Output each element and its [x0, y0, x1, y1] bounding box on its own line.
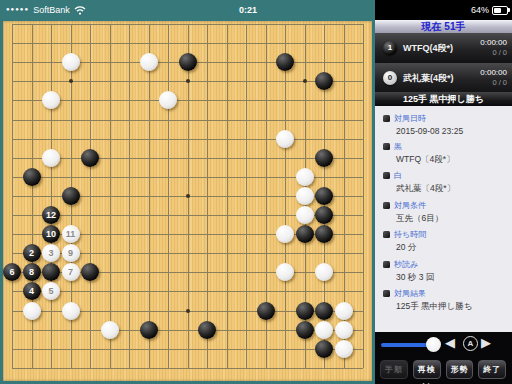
white-player-name: 武礼葉(4段*) — [403, 72, 454, 85]
black-stone[interactable] — [276, 53, 294, 71]
black-stone[interactable] — [140, 321, 158, 339]
result-header: 125手 黒中押し勝ち — [375, 92, 512, 107]
black-stone[interactable] — [81, 263, 99, 281]
action-button-row: 手順 再検討 形勢 終了 — [380, 360, 506, 379]
black-stone[interactable] — [42, 263, 60, 281]
exit-button[interactable]: 終了 — [478, 360, 506, 379]
white-stone-icon: 0 — [383, 71, 397, 85]
white-stone[interactable] — [335, 302, 353, 320]
white-stone[interactable] — [42, 149, 60, 167]
info-value: 125手 黒中押し勝ち — [396, 301, 506, 313]
battery-percent-label: 64% — [471, 5, 489, 15]
black-stone-move-12[interactable]: 12 — [42, 206, 60, 224]
white-stone[interactable] — [296, 168, 314, 186]
black-stone[interactable] — [179, 53, 197, 71]
black-player-name: WTFQ(4段*) — [403, 42, 453, 55]
slider-thumb[interactable] — [426, 337, 441, 352]
black-stone[interactable] — [81, 149, 99, 167]
grid-line — [12, 368, 363, 369]
white-stone[interactable] — [276, 225, 294, 243]
black-stone[interactable] — [315, 72, 333, 90]
estimate-button[interactable]: 形勢 — [446, 360, 474, 379]
white-stone[interactable] — [296, 187, 314, 205]
black-stone-icon: 1 — [383, 41, 397, 55]
star-point — [186, 79, 190, 83]
black-stone[interactable] — [257, 302, 275, 320]
battery-icon — [492, 6, 508, 15]
white-stone[interactable] — [101, 321, 119, 339]
info-label: 対局日時 — [394, 113, 426, 124]
info-item: 対局結果125手 黒中押し勝ち — [383, 288, 506, 313]
black-stone[interactable] — [315, 225, 333, 243]
side-panel: 現在 51手 1 WTFQ(4段*) 0:00:00 0 / 0 0 武礼葉(4… — [375, 20, 512, 384]
prev-move-button[interactable]: ◀ — [445, 335, 455, 351]
go-board[interactable]: 12101123968745 — [3, 21, 372, 381]
black-stone[interactable] — [62, 187, 80, 205]
info-value: 互先（6目） — [396, 213, 506, 225]
status-bar: ●●●●● SoftBank 0:21 64% — [0, 0, 512, 20]
board-area: 12101123968745 — [0, 20, 375, 384]
info-label: 持ち時間 — [394, 229, 426, 240]
white-stone-move-9[interactable]: 9 — [62, 244, 80, 262]
list-bullet-icon — [383, 172, 390, 179]
info-list: 対局日時2015-09-08 23:25黒WTFQ〔4段*〕白武礼葉〔4段*〕対… — [375, 106, 512, 332]
wifi-icon — [74, 6, 86, 15]
white-stone[interactable] — [315, 263, 333, 281]
black-stone[interactable] — [315, 340, 333, 358]
current-move-bar: 現在 51手 — [375, 20, 512, 34]
info-label: 白 — [394, 170, 402, 181]
white-stone[interactable] — [276, 263, 294, 281]
info-label: 対局結果 — [394, 288, 426, 299]
white-stone-move-7[interactable]: 7 — [62, 263, 80, 281]
grid-line — [246, 24, 247, 368]
info-value: 武礼葉〔4段*〕 — [396, 183, 506, 195]
black-stone[interactable] — [23, 168, 41, 186]
playback-controls: ◀ A ▶ 手順 再検討 形勢 終了 — [375, 332, 512, 384]
white-stone[interactable] — [23, 302, 41, 320]
list-bullet-icon — [383, 261, 390, 268]
star-point — [186, 194, 190, 198]
black-stone[interactable] — [315, 206, 333, 224]
info-item: 秒読み30 秒 3 回 — [383, 259, 506, 284]
list-bullet-icon — [383, 231, 390, 238]
grid-line — [227, 24, 228, 368]
white-stone[interactable] — [335, 340, 353, 358]
star-point — [69, 79, 73, 83]
white-stone[interactable] — [159, 91, 177, 109]
black-stone[interactable] — [315, 149, 333, 167]
black-stone[interactable] — [296, 225, 314, 243]
grid-line — [285, 24, 286, 368]
info-label: 秒読み — [394, 259, 418, 270]
info-value: 30 秒 3 回 — [396, 272, 506, 284]
next-move-button[interactable]: ▶ — [481, 335, 491, 351]
black-stone-move-8[interactable]: 8 — [23, 263, 41, 281]
review-button[interactable]: 再検討 — [413, 360, 441, 379]
info-item: 持ち時間20 分 — [383, 229, 506, 254]
player-row-white: 0 武礼葉(4段*) 0:00:00 0 / 0 — [375, 63, 512, 94]
star-point — [303, 79, 307, 83]
white-stone[interactable] — [335, 321, 353, 339]
black-stone-move-4[interactable]: 4 — [23, 282, 41, 300]
app-screen: ●●●●● SoftBank 0:21 64% 1210112396874 — [0, 0, 512, 384]
black-stone-move-6[interactable]: 6 — [3, 263, 21, 281]
black-player-time: 0:00:00 0 / 0 — [480, 38, 507, 58]
black-stone-move-2[interactable]: 2 — [23, 244, 41, 262]
grid-line — [363, 24, 364, 368]
white-stone[interactable] — [296, 206, 314, 224]
info-item: 対局条件互先（6目） — [383, 200, 506, 225]
auto-play-button[interactable]: A — [463, 336, 478, 351]
carrier-info: ●●●●● SoftBank — [6, 5, 86, 15]
list-bullet-icon — [383, 290, 390, 297]
black-stone[interactable] — [198, 321, 216, 339]
info-label: 対局条件 — [394, 200, 426, 211]
list-bullet-icon — [383, 115, 390, 122]
info-item: 黒WTFQ〔4段*〕 — [383, 141, 506, 166]
signal-strength-icon: ●●●●● — [6, 6, 29, 12]
star-point — [186, 309, 190, 313]
white-stone-move-3[interactable]: 3 — [42, 244, 60, 262]
move-slider[interactable] — [381, 343, 439, 347]
white-stone[interactable] — [62, 53, 80, 71]
status-bar-left: ●●●●● SoftBank 0:21 — [0, 0, 375, 20]
white-stone-move-11[interactable]: 11 — [62, 225, 80, 243]
black-stone[interactable] — [315, 302, 333, 320]
grid-line — [12, 349, 363, 350]
info-value: WTFQ〔4段*〕 — [396, 154, 506, 166]
list-bullet-icon — [383, 143, 390, 150]
moves-button[interactable]: 手順 — [380, 360, 408, 379]
black-stone[interactable] — [296, 321, 314, 339]
info-item: 白武礼葉〔4段*〕 — [383, 170, 506, 195]
grid-line — [207, 24, 208, 368]
black-stone[interactable] — [315, 187, 333, 205]
white-stone[interactable] — [62, 302, 80, 320]
list-bullet-icon — [383, 202, 390, 209]
white-stone[interactable] — [276, 130, 294, 148]
white-stone[interactable] — [315, 321, 333, 339]
white-stone-move-5[interactable]: 5 — [42, 282, 60, 300]
status-clock: 0:21 — [226, 5, 270, 15]
black-stone[interactable] — [296, 302, 314, 320]
white-stone[interactable] — [140, 53, 158, 71]
info-item: 対局日時2015-09-08 23:25 — [383, 113, 506, 136]
status-bar-right: 64% — [375, 0, 512, 20]
white-player-time: 0:00:00 0 / 0 — [480, 68, 507, 88]
grid-line — [12, 291, 363, 292]
info-value: 20 分 — [396, 242, 506, 254]
info-value: 2015-09-08 23:25 — [396, 126, 506, 136]
white-stone[interactable] — [42, 91, 60, 109]
carrier-label: SoftBank — [33, 5, 70, 15]
black-stone-move-10[interactable]: 10 — [42, 225, 60, 243]
player-row-black: 1 WTFQ(4段*) 0:00:00 0 / 0 — [375, 33, 512, 64]
info-label: 黒 — [394, 141, 402, 152]
